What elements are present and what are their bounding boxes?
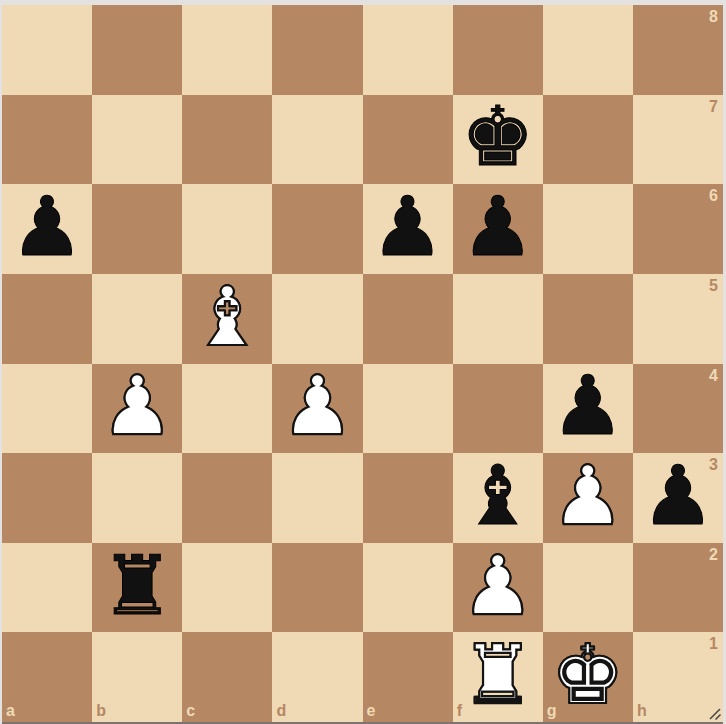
square-e3[interactable]: [363, 453, 453, 543]
square-e8[interactable]: [363, 5, 453, 95]
square-h7[interactable]: 7: [633, 95, 723, 185]
square-g4[interactable]: ♟: [543, 364, 633, 454]
square-c7[interactable]: [182, 95, 272, 185]
piece-black-pawn[interactable]: ♟: [10, 186, 84, 268]
square-d3[interactable]: [272, 453, 362, 543]
square-h4[interactable]: 4: [633, 364, 723, 454]
piece-black-pawn[interactable]: ♟: [461, 186, 535, 268]
file-label-a: a: [6, 703, 15, 719]
square-g1[interactable]: g♚: [543, 632, 633, 722]
square-g8[interactable]: [543, 5, 633, 95]
rank-label-8: 8: [709, 9, 718, 25]
square-b3[interactable]: [92, 453, 182, 543]
square-c5[interactable]: ♝: [182, 274, 272, 364]
square-c6[interactable]: [182, 184, 272, 274]
square-a6[interactable]: ♟: [2, 184, 92, 274]
square-h3[interactable]: 3♟: [633, 453, 723, 543]
square-g5[interactable]: [543, 274, 633, 364]
square-a5[interactable]: [2, 274, 92, 364]
square-a3[interactable]: [2, 453, 92, 543]
piece-white-pawn[interactable]: ♟: [461, 545, 535, 627]
square-d5[interactable]: [272, 274, 362, 364]
rank-label-4: 4: [709, 368, 718, 384]
square-d2[interactable]: [272, 543, 362, 633]
square-h8[interactable]: 8: [633, 5, 723, 95]
square-f6[interactable]: ♟: [453, 184, 543, 274]
square-g3[interactable]: ♟: [543, 453, 633, 543]
piece-black-pawn[interactable]: ♟: [641, 455, 715, 537]
square-g7[interactable]: [543, 95, 633, 185]
square-e6[interactable]: ♟: [363, 184, 453, 274]
square-c3[interactable]: [182, 453, 272, 543]
piece-black-pawn[interactable]: ♟: [551, 365, 625, 447]
square-d4[interactable]: ♟: [272, 364, 362, 454]
square-a4[interactable]: [2, 364, 92, 454]
square-c2[interactable]: [182, 543, 272, 633]
file-label-h: h: [637, 703, 647, 719]
square-d6[interactable]: [272, 184, 362, 274]
square-b1[interactable]: b: [92, 632, 182, 722]
file-label-c: c: [186, 703, 195, 719]
square-d1[interactable]: d: [272, 632, 362, 722]
square-d8[interactable]: [272, 5, 362, 95]
square-c8[interactable]: [182, 5, 272, 95]
square-g2[interactable]: [543, 543, 633, 633]
square-f2[interactable]: ♟: [453, 543, 543, 633]
square-h6[interactable]: 6: [633, 184, 723, 274]
square-b7[interactable]: [92, 95, 182, 185]
square-f5[interactable]: [453, 274, 543, 364]
square-f7[interactable]: ♚: [453, 95, 543, 185]
file-label-b: b: [96, 703, 106, 719]
piece-white-king[interactable]: ♚: [551, 634, 625, 716]
piece-white-rook[interactable]: ♜: [461, 634, 535, 716]
page: 8♚7♟♟♟6♝5♟♟♟4♝♟3♟♜♟2abcdef♜g♚1h: [0, 0, 726, 724]
square-b2[interactable]: ♜: [92, 543, 182, 633]
square-g6[interactable]: [543, 184, 633, 274]
file-label-e: e: [367, 703, 376, 719]
piece-black-rook[interactable]: ♜: [100, 545, 174, 627]
square-b6[interactable]: [92, 184, 182, 274]
chess-board[interactable]: 8♚7♟♟♟6♝5♟♟♟4♝♟3♟♜♟2abcdef♜g♚1h: [2, 5, 723, 722]
piece-black-king[interactable]: ♚: [461, 96, 535, 178]
square-e7[interactable]: [363, 95, 453, 185]
rank-label-7: 7: [709, 99, 718, 115]
rank-label-1: 1: [709, 636, 718, 652]
square-b5[interactable]: [92, 274, 182, 364]
square-a7[interactable]: [2, 95, 92, 185]
square-c1[interactable]: c: [182, 632, 272, 722]
piece-white-bishop[interactable]: ♝: [191, 276, 265, 358]
square-b8[interactable]: [92, 5, 182, 95]
square-h5[interactable]: 5: [633, 274, 723, 364]
square-d7[interactable]: [272, 95, 362, 185]
square-f3[interactable]: ♝: [453, 453, 543, 543]
square-e5[interactable]: [363, 274, 453, 364]
piece-black-bishop[interactable]: ♝: [461, 455, 535, 537]
square-f8[interactable]: [453, 5, 543, 95]
piece-white-pawn[interactable]: ♟: [100, 365, 174, 447]
square-a2[interactable]: [2, 543, 92, 633]
file-label-d: d: [276, 703, 286, 719]
piece-white-pawn[interactable]: ♟: [281, 365, 355, 447]
square-c4[interactable]: [182, 364, 272, 454]
square-e4[interactable]: [363, 364, 453, 454]
rank-label-2: 2: [709, 547, 718, 563]
square-h2[interactable]: 2: [633, 543, 723, 633]
square-f4[interactable]: [453, 364, 543, 454]
square-a8[interactable]: [2, 5, 92, 95]
rank-label-6: 6: [709, 188, 718, 204]
resize-handle-icon[interactable]: [708, 707, 722, 721]
square-e2[interactable]: [363, 543, 453, 633]
square-f1[interactable]: f♜: [453, 632, 543, 722]
piece-black-pawn[interactable]: ♟: [371, 186, 445, 268]
piece-white-pawn[interactable]: ♟: [551, 455, 625, 537]
square-a1[interactable]: a: [2, 632, 92, 722]
rank-label-5: 5: [709, 278, 718, 294]
square-b4[interactable]: ♟: [92, 364, 182, 454]
square-e1[interactable]: e: [363, 632, 453, 722]
